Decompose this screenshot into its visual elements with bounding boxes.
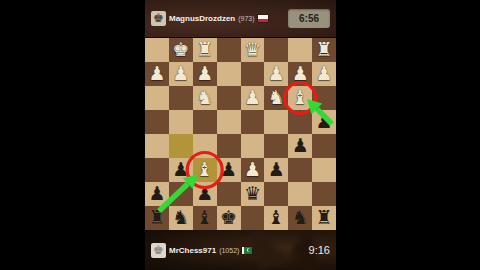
bottom-player-clock: 9:16 [309, 244, 330, 256]
square-h6[interactable] [145, 158, 169, 182]
black-pawn-piece[interactable]: ♟ [268, 158, 285, 182]
square-a8[interactable]: ♜ [312, 206, 336, 230]
square-b8[interactable]: ♞ [288, 206, 312, 230]
black-queen-piece[interactable]: ♛ [244, 182, 261, 206]
square-g5[interactable] [169, 134, 193, 158]
white-pawn-piece[interactable]: ♟ [244, 158, 261, 182]
square-e3[interactable] [217, 86, 241, 110]
king-avatar-icon: ♚ [153, 11, 164, 26]
white-pawn-piece[interactable]: ♟ [196, 62, 213, 86]
white-pawn-piece[interactable]: ♟ [316, 62, 333, 86]
square-c1[interactable] [264, 38, 288, 62]
square-h2[interactable]: ♟ [145, 62, 169, 86]
square-f5[interactable] [193, 134, 217, 158]
square-e8[interactable]: ♚ [217, 206, 241, 230]
video-frame: ♚ MagnusDrozdzen (973) 6:56 ♚♜♛♜♟♟♟♟♟♟♞♟… [0, 0, 480, 270]
pakistan-flag-icon [242, 247, 252, 254]
chess-board: ♚♜♛♜♟♟♟♟♟♟♞♟♞♝♟♟♟♝♟♟♟♟♟♛♜♞♝♚♝♞♜ [145, 38, 336, 230]
bottom-player-name: MrChess971 [169, 246, 216, 255]
top-player-avatar[interactable]: ♚ [151, 11, 166, 26]
white-knight-piece[interactable]: ♞ [268, 86, 285, 110]
white-bishop-piece[interactable]: ♝ [196, 158, 213, 182]
white-pawn-piece[interactable]: ♟ [148, 62, 165, 86]
white-pawn-piece[interactable]: ♟ [268, 62, 285, 86]
white-pawn-piece[interactable]: ♟ [172, 62, 189, 86]
square-g4[interactable] [169, 110, 193, 134]
square-h1[interactable] [145, 38, 169, 62]
square-b7[interactable] [288, 182, 312, 206]
square-f2[interactable]: ♟ [193, 62, 217, 86]
white-knight-piece[interactable]: ♞ [196, 86, 213, 110]
square-a7[interactable] [312, 182, 336, 206]
bottom-player-rating: (1052) [219, 247, 239, 254]
top-player-rating: (973) [238, 15, 254, 22]
bottom-player-avatar[interactable]: ♚ [151, 243, 166, 258]
square-f4[interactable] [193, 110, 217, 134]
square-b1[interactable] [288, 38, 312, 62]
square-b4[interactable] [288, 110, 312, 134]
white-rook-piece[interactable]: ♜ [196, 38, 213, 62]
square-f7[interactable]: ♟ [193, 182, 217, 206]
poland-flag-icon [258, 15, 268, 22]
top-player-clock: 6:56 [288, 9, 330, 28]
square-h5[interactable] [145, 134, 169, 158]
square-b2[interactable]: ♟ [288, 62, 312, 86]
square-e7[interactable] [217, 182, 241, 206]
square-c6[interactable]: ♟ [264, 158, 288, 182]
black-pawn-piece[interactable]: ♟ [196, 182, 213, 206]
square-d4[interactable] [241, 110, 265, 134]
square-e6[interactable]: ♟ [217, 158, 241, 182]
square-e1[interactable] [217, 38, 241, 62]
black-king-piece[interactable]: ♚ [220, 206, 237, 230]
white-bishop-piece[interactable]: ♝ [292, 86, 309, 110]
square-c7[interactable] [264, 182, 288, 206]
square-c4[interactable] [264, 110, 288, 134]
square-g1[interactable]: ♚ [169, 38, 193, 62]
square-e5[interactable] [217, 134, 241, 158]
top-player-name: MagnusDrozdzen [169, 14, 235, 23]
square-e2[interactable] [217, 62, 241, 86]
square-h3[interactable] [145, 86, 169, 110]
square-a6[interactable] [312, 158, 336, 182]
square-d1[interactable]: ♛ [241, 38, 265, 62]
square-c8[interactable]: ♝ [264, 206, 288, 230]
square-g6[interactable]: ♟ [169, 158, 193, 182]
square-h4[interactable] [145, 110, 169, 134]
square-c5[interactable] [264, 134, 288, 158]
square-f1[interactable]: ♜ [193, 38, 217, 62]
square-g3[interactable] [169, 86, 193, 110]
square-f6[interactable]: ♝ [193, 158, 217, 182]
square-h7[interactable]: ♟ [145, 182, 169, 206]
square-b6[interactable] [288, 158, 312, 182]
square-a2[interactable]: ♟ [312, 62, 336, 86]
square-c3[interactable]: ♞ [264, 86, 288, 110]
square-d2[interactable] [241, 62, 265, 86]
square-a5[interactable] [312, 134, 336, 158]
black-rook-piece[interactable]: ♜ [316, 206, 333, 230]
white-king-piece[interactable]: ♚ [172, 38, 189, 62]
black-pawn-piece[interactable]: ♟ [148, 182, 165, 206]
square-a3[interactable] [312, 86, 336, 110]
square-f3[interactable]: ♞ [193, 86, 217, 110]
bottom-player-bar[interactable]: ♞ ♞ ♚ MrChess971 (1052) 9:16 [145, 230, 336, 270]
square-e4[interactable] [217, 110, 241, 134]
square-d3[interactable]: ♟ [241, 86, 265, 110]
square-h8[interactable]: ♜ [145, 206, 169, 230]
black-rook-piece[interactable]: ♜ [148, 206, 165, 230]
square-c2[interactable]: ♟ [264, 62, 288, 86]
chess-app-screen: ♚ MagnusDrozdzen (973) 6:56 ♚♜♛♜♟♟♟♟♟♟♞♟… [145, 0, 336, 270]
square-b3[interactable]: ♝ [288, 86, 312, 110]
white-queen-piece[interactable]: ♛ [244, 38, 261, 62]
square-a4[interactable]: ♟ [312, 110, 336, 134]
square-b5[interactable]: ♟ [288, 134, 312, 158]
white-pawn-piece[interactable]: ♟ [292, 62, 309, 86]
square-d7[interactable]: ♛ [241, 182, 265, 206]
black-pawn-piece[interactable]: ♟ [292, 134, 309, 158]
square-d6[interactable]: ♟ [241, 158, 265, 182]
king-avatar-icon: ♚ [153, 243, 164, 258]
black-knight-piece[interactable]: ♞ [292, 206, 309, 230]
square-f8[interactable]: ♝ [193, 206, 217, 230]
black-knight-piece[interactable]: ♞ [172, 206, 189, 230]
black-bishop-piece[interactable]: ♝ [196, 206, 213, 230]
square-d8[interactable] [241, 206, 265, 230]
white-rook-piece[interactable]: ♜ [316, 38, 333, 62]
black-pawn-piece[interactable]: ♟ [220, 158, 237, 182]
top-player-bar[interactable]: ♚ MagnusDrozdzen (973) 6:56 [145, 0, 336, 38]
white-pawn-piece[interactable]: ♟ [244, 86, 261, 110]
square-g8[interactable]: ♞ [169, 206, 193, 230]
square-g2[interactable]: ♟ [169, 62, 193, 86]
square-a1[interactable]: ♜ [312, 38, 336, 62]
black-bishop-piece[interactable]: ♝ [268, 206, 285, 230]
square-d5[interactable] [241, 134, 265, 158]
square-g7[interactable] [169, 182, 193, 206]
black-pawn-piece[interactable]: ♟ [172, 158, 189, 182]
black-pawn-piece[interactable]: ♟ [316, 110, 333, 134]
